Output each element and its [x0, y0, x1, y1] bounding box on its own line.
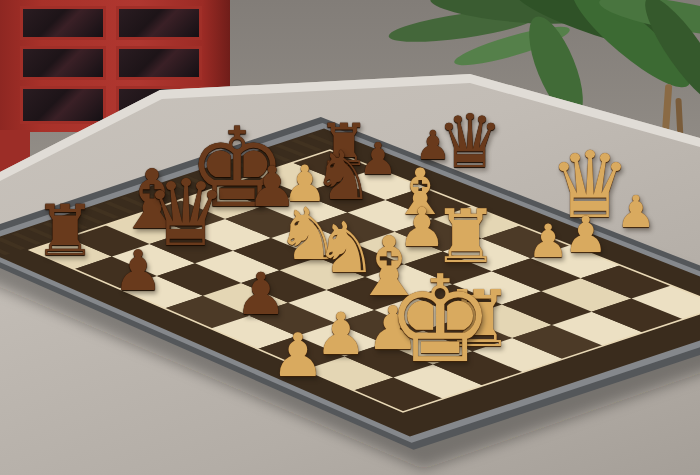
piece-bP-a6: ♟ — [113, 243, 163, 299]
captured-piece-wP: ♟ — [564, 210, 609, 260]
captured-piece-wP: ♟ — [616, 190, 655, 234]
piece-wP-h4: ♟ — [527, 218, 568, 264]
piece-wP-a2: ♟ — [271, 325, 325, 385]
product-photo-scene: ♟♜♛♟♞♟♚♟♝♛♟♝♛♟♟♜♟♞♜♞♟♝♟♜♟♟♚♟ — [0, 0, 700, 475]
piece-wK-b1: ♚ — [386, 260, 494, 380]
piece-bR-a8: ♜ — [34, 196, 97, 266]
piece-bP-b5: ♟ — [235, 265, 287, 323]
